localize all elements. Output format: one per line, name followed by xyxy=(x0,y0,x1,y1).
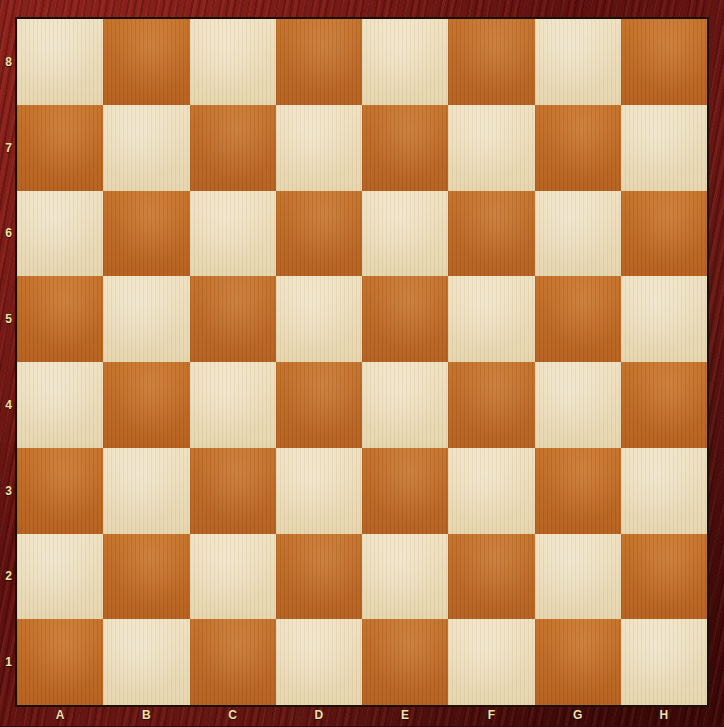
square-f6[interactable] xyxy=(448,191,534,277)
square-c3[interactable] xyxy=(190,448,276,534)
square-a7[interactable] xyxy=(17,105,103,191)
square-a4[interactable] xyxy=(17,362,103,448)
file-label-d: D xyxy=(276,705,362,725)
square-f8[interactable] xyxy=(448,19,534,105)
square-f3[interactable] xyxy=(448,448,534,534)
square-d1[interactable] xyxy=(276,619,362,705)
square-g1[interactable] xyxy=(535,619,621,705)
square-a5[interactable] xyxy=(17,276,103,362)
square-h1[interactable] xyxy=(621,619,707,705)
square-b3[interactable] xyxy=(103,448,189,534)
rank-labels: 87654321 xyxy=(0,19,17,705)
rank-label-6: 6 xyxy=(0,191,17,277)
file-label-g: G xyxy=(535,705,621,725)
rank-label-2: 2 xyxy=(0,534,17,620)
square-c8[interactable] xyxy=(190,19,276,105)
square-h8[interactable] xyxy=(621,19,707,105)
square-d2[interactable] xyxy=(276,534,362,620)
square-b4[interactable] xyxy=(103,362,189,448)
square-g4[interactable] xyxy=(535,362,621,448)
file-labels: ABCDEFGH xyxy=(17,705,707,725)
file-label-f: F xyxy=(448,705,534,725)
square-e2[interactable] xyxy=(362,534,448,620)
square-e3[interactable] xyxy=(362,448,448,534)
square-a2[interactable] xyxy=(17,534,103,620)
square-c1[interactable] xyxy=(190,619,276,705)
rank-label-3: 3 xyxy=(0,448,17,534)
square-d5[interactable] xyxy=(276,276,362,362)
square-c2[interactable] xyxy=(190,534,276,620)
square-d3[interactable] xyxy=(276,448,362,534)
square-a1[interactable] xyxy=(17,619,103,705)
square-e7[interactable] xyxy=(362,105,448,191)
square-h4[interactable] xyxy=(621,362,707,448)
square-c4[interactable] xyxy=(190,362,276,448)
square-d8[interactable] xyxy=(276,19,362,105)
square-b7[interactable] xyxy=(103,105,189,191)
square-e8[interactable] xyxy=(362,19,448,105)
square-b8[interactable] xyxy=(103,19,189,105)
square-d6[interactable] xyxy=(276,191,362,277)
square-f5[interactable] xyxy=(448,276,534,362)
square-c5[interactable] xyxy=(190,276,276,362)
rank-label-4: 4 xyxy=(0,362,17,448)
file-label-c: C xyxy=(190,705,276,725)
square-g6[interactable] xyxy=(535,191,621,277)
square-e1[interactable] xyxy=(362,619,448,705)
chess-board-frame: 87654321 ABCDEFGH xyxy=(0,0,724,727)
square-g5[interactable] xyxy=(535,276,621,362)
square-c6[interactable] xyxy=(190,191,276,277)
square-d4[interactable] xyxy=(276,362,362,448)
square-g3[interactable] xyxy=(535,448,621,534)
square-f1[interactable] xyxy=(448,619,534,705)
square-h5[interactable] xyxy=(621,276,707,362)
square-h3[interactable] xyxy=(621,448,707,534)
square-e6[interactable] xyxy=(362,191,448,277)
square-g2[interactable] xyxy=(535,534,621,620)
square-f4[interactable] xyxy=(448,362,534,448)
rank-label-7: 7 xyxy=(0,105,17,191)
square-h6[interactable] xyxy=(621,191,707,277)
square-f2[interactable] xyxy=(448,534,534,620)
square-a3[interactable] xyxy=(17,448,103,534)
file-label-h: H xyxy=(621,705,707,725)
square-a6[interactable] xyxy=(17,191,103,277)
square-c7[interactable] xyxy=(190,105,276,191)
file-label-b: B xyxy=(103,705,189,725)
square-f7[interactable] xyxy=(448,105,534,191)
file-label-a: A xyxy=(17,705,103,725)
file-label-e: E xyxy=(362,705,448,725)
square-e4[interactable] xyxy=(362,362,448,448)
square-g8[interactable] xyxy=(535,19,621,105)
square-g7[interactable] xyxy=(535,105,621,191)
chess-board xyxy=(15,17,709,707)
square-a8[interactable] xyxy=(17,19,103,105)
square-b6[interactable] xyxy=(103,191,189,277)
square-e5[interactable] xyxy=(362,276,448,362)
square-h2[interactable] xyxy=(621,534,707,620)
square-d7[interactable] xyxy=(276,105,362,191)
rank-label-5: 5 xyxy=(0,276,17,362)
square-h7[interactable] xyxy=(621,105,707,191)
square-b1[interactable] xyxy=(103,619,189,705)
rank-label-1: 1 xyxy=(0,619,17,705)
square-b2[interactable] xyxy=(103,534,189,620)
square-b5[interactable] xyxy=(103,276,189,362)
rank-label-8: 8 xyxy=(0,19,17,105)
